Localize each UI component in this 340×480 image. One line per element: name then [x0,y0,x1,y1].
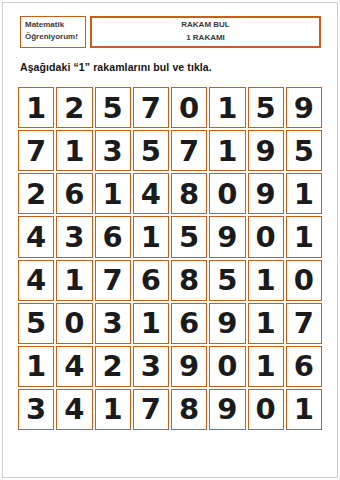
grid-cell[interactable]: 9 [171,346,207,387]
grid-cell[interactable]: 0 [209,173,245,214]
grid-cell[interactable]: 0 [248,389,284,430]
grid-cell[interactable]: 4 [56,389,92,430]
grid-cell[interactable]: 1 [95,173,131,214]
grid-cell[interactable]: 9 [286,87,322,128]
grid-cell[interactable]: 0 [56,303,92,344]
grid-cell[interactable]: 9 [209,389,245,430]
grid-cell[interactable]: 5 [18,303,54,344]
grid-cell[interactable]: 2 [56,87,92,128]
worksheet-page: Matematik Öğreniyorum! RAKAM BUL 1 RAKAM… [0,0,340,480]
grid-cell[interactable]: 7 [18,130,54,171]
grid-cell[interactable]: 8 [171,173,207,214]
grid-cell[interactable]: 0 [286,260,322,301]
grid-cell[interactable]: 4 [56,346,92,387]
worksheet-title-box: RAKAM BUL 1 RAKAMI [90,16,321,48]
grid-cell[interactable]: 5 [171,216,207,257]
grid-cell[interactable]: 5 [209,260,245,301]
grid-cell[interactable]: 3 [133,346,169,387]
brand-badge-line1: Matematik [25,19,82,31]
grid-cell[interactable]: 3 [95,303,131,344]
grid-cell[interactable]: 3 [56,216,92,257]
header: Matematik Öğreniyorum! RAKAM BUL 1 RAKAM… [20,16,321,48]
grid-cell[interactable]: 6 [171,303,207,344]
grid-cell[interactable]: 1 [209,87,245,128]
digit-grid: 1257015971357195261480914361590141768510… [18,87,322,430]
grid-cell[interactable]: 4 [133,173,169,214]
grid-cell[interactable]: 8 [171,260,207,301]
grid-cell[interactable]: 7 [171,130,207,171]
grid-cell[interactable]: 1 [18,87,54,128]
grid-cell[interactable]: 7 [286,303,322,344]
grid-cell[interactable]: 5 [286,130,322,171]
grid-cell[interactable]: 6 [95,216,131,257]
grid-cell[interactable]: 1 [248,260,284,301]
grid-cell[interactable]: 4 [18,260,54,301]
grid-cell[interactable]: 2 [95,346,131,387]
grid-cell[interactable]: 0 [209,346,245,387]
grid-cell[interactable]: 1 [95,389,131,430]
grid-cell[interactable]: 1 [18,346,54,387]
grid-cell[interactable]: 3 [95,130,131,171]
grid-cell[interactable]: 1 [56,130,92,171]
grid-cell[interactable]: 7 [133,87,169,128]
grid-cell[interactable]: 9 [209,303,245,344]
grid-cell[interactable]: 8 [171,389,207,430]
grid-cell[interactable]: 1 [133,303,169,344]
worksheet-title-line2: 1 RAKAMI [92,32,319,45]
grid-cell[interactable]: 1 [286,173,322,214]
grid-cell[interactable]: 1 [56,260,92,301]
grid-cell[interactable]: 0 [248,216,284,257]
grid-cell[interactable]: 1 [286,389,322,430]
grid-cell[interactable]: 7 [133,389,169,430]
grid-cell[interactable]: 0 [171,87,207,128]
grid-cell[interactable]: 5 [248,87,284,128]
grid-cell[interactable]: 4 [18,216,54,257]
grid-cell[interactable]: 1 [209,130,245,171]
grid-cell[interactable]: 9 [209,216,245,257]
grid-cell[interactable]: 6 [286,346,322,387]
grid-cell[interactable]: 2 [18,173,54,214]
grid-cell[interactable]: 6 [133,260,169,301]
brand-badge-line2: Öğreniyorum! [25,31,82,43]
grid-cell[interactable]: 9 [248,130,284,171]
grid-cell[interactable]: 1 [248,303,284,344]
grid-cell[interactable]: 1 [286,216,322,257]
grid-cell[interactable]: 5 [95,87,131,128]
grid-cell[interactable]: 1 [248,346,284,387]
worksheet-title-line1: RAKAM BUL [92,19,319,32]
grid-cell[interactable]: 1 [133,216,169,257]
instruction-text: Aşağıdaki “1” rakamlarını bul ve tıkla. [20,61,330,73]
brand-badge: Matematik Öğreniyorum! [20,16,86,48]
grid-cell[interactable]: 9 [248,173,284,214]
grid-cell[interactable]: 6 [56,173,92,214]
grid-cell[interactable]: 3 [18,389,54,430]
grid-cell[interactable]: 7 [95,260,131,301]
grid-cell[interactable]: 5 [133,130,169,171]
